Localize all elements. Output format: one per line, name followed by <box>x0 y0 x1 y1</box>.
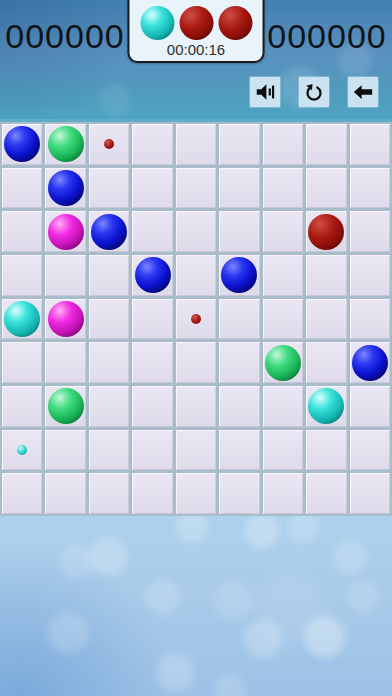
board-cell-r4c6[interactable] <box>263 299 303 340</box>
board-cell-r5c1[interactable] <box>45 342 85 383</box>
board-cell-r6c2[interactable] <box>89 386 129 427</box>
ball-magenta[interactable] <box>48 214 84 250</box>
sound-button[interactable] <box>250 77 280 107</box>
board-cell-r6c1[interactable] <box>45 386 85 427</box>
board-cell-r0c4[interactable] <box>176 124 216 165</box>
back-button[interactable] <box>348 77 378 107</box>
restart-button[interactable] <box>299 77 329 107</box>
ball-green[interactable] <box>48 388 84 424</box>
board-cell-r4c7[interactable] <box>306 299 346 340</box>
board-cell-r6c0[interactable] <box>2 386 42 427</box>
board-cell-r5c7[interactable] <box>306 342 346 383</box>
board <box>0 119 392 516</box>
board-cell-r3c0[interactable] <box>2 255 42 296</box>
board-cell-r4c8[interactable] <box>350 299 390 340</box>
board-cell-r7c8[interactable] <box>350 430 390 471</box>
board-cell-r0c0[interactable] <box>2 124 42 165</box>
board-cell-r6c6[interactable] <box>263 386 303 427</box>
board-cell-r7c6[interactable] <box>263 430 303 471</box>
score-left: 000000 <box>0 18 130 55</box>
board-cell-r8c5[interactable] <box>219 473 259 514</box>
board-cell-r2c0[interactable] <box>2 211 42 252</box>
board-cell-r6c3[interactable] <box>132 386 172 427</box>
incoming-dot-cyan <box>17 445 27 455</box>
board-cell-r1c1[interactable] <box>45 168 85 209</box>
ball-blue[interactable] <box>4 126 40 162</box>
board-cell-r7c4[interactable] <box>176 430 216 471</box>
ball-blue[interactable] <box>352 345 388 381</box>
board-cell-r2c3[interactable] <box>132 211 172 252</box>
board-cell-r3c4[interactable] <box>176 255 216 296</box>
board-cell-r4c0[interactable] <box>2 299 42 340</box>
back-arrow-icon <box>352 81 374 103</box>
board-cell-r5c2[interactable] <box>89 342 129 383</box>
board-cell-r8c4[interactable] <box>176 473 216 514</box>
board-cell-r3c5[interactable] <box>219 255 259 296</box>
hud: 000000 00:00:16 000000 <box>0 0 392 64</box>
toolbar <box>250 77 378 107</box>
board-cell-r1c6[interactable] <box>263 168 303 209</box>
board-cell-r2c8[interactable] <box>350 211 390 252</box>
score-right: 000000 <box>262 18 392 55</box>
board-cell-r5c5[interactable] <box>219 342 259 383</box>
ball-magenta[interactable] <box>48 301 84 337</box>
board-cell-r1c8[interactable] <box>350 168 390 209</box>
board-cell-r6c7[interactable] <box>306 386 346 427</box>
ball-red[interactable] <box>308 214 344 250</box>
board-cell-r5c6[interactable] <box>263 342 303 383</box>
board-cell-r0c2[interactable] <box>89 124 129 165</box>
board-cell-r0c8[interactable] <box>350 124 390 165</box>
board-cell-r0c5[interactable] <box>219 124 259 165</box>
board-cell-r7c5[interactable] <box>219 430 259 471</box>
board-cell-r4c5[interactable] <box>219 299 259 340</box>
board-cell-r3c2[interactable] <box>89 255 129 296</box>
board-cell-r2c2[interactable] <box>89 211 129 252</box>
board-cell-r8c8[interactable] <box>350 473 390 514</box>
board-cell-r5c4[interactable] <box>176 342 216 383</box>
incoming-dot-red <box>104 139 114 149</box>
board-cell-r7c1[interactable] <box>45 430 85 471</box>
board-cell-r8c6[interactable] <box>263 473 303 514</box>
ball-cyan[interactable] <box>308 388 344 424</box>
board-cell-r6c4[interactable] <box>176 386 216 427</box>
restart-icon <box>303 81 325 103</box>
board-cell-r1c2[interactable] <box>89 168 129 209</box>
ball-green[interactable] <box>265 345 301 381</box>
board-cell-r7c7[interactable] <box>306 430 346 471</box>
board-cell-r7c3[interactable] <box>132 430 172 471</box>
board-cell-r5c8[interactable] <box>350 342 390 383</box>
board-cell-r6c5[interactable] <box>219 386 259 427</box>
board-cell-r5c0[interactable] <box>2 342 42 383</box>
board-cell-r3c7[interactable] <box>306 255 346 296</box>
board-cell-r8c2[interactable] <box>89 473 129 514</box>
board-cell-r3c8[interactable] <box>350 255 390 296</box>
board-cell-r3c1[interactable] <box>45 255 85 296</box>
board-cell-r8c0[interactable] <box>2 473 42 514</box>
incoming-dot-red <box>191 314 201 324</box>
board-cell-r4c2[interactable] <box>89 299 129 340</box>
ball-blue[interactable] <box>91 214 127 250</box>
ball-cyan[interactable] <box>4 301 40 337</box>
board-cell-r6c8[interactable] <box>350 386 390 427</box>
board-cell-r3c3[interactable] <box>132 255 172 296</box>
board-cell-r8c1[interactable] <box>45 473 85 514</box>
next-balls-preview <box>140 6 252 40</box>
board-cell-r1c7[interactable] <box>306 168 346 209</box>
board-cell-r7c2[interactable] <box>89 430 129 471</box>
board-cell-r2c1[interactable] <box>45 211 85 252</box>
speaker-icon <box>254 81 276 103</box>
board-cell-r1c0[interactable] <box>2 168 42 209</box>
board-cell-r8c3[interactable] <box>132 473 172 514</box>
board-cell-r0c3[interactable] <box>132 124 172 165</box>
next-ball-red <box>218 6 252 40</box>
board-cell-r1c3[interactable] <box>132 168 172 209</box>
ball-blue[interactable] <box>221 257 257 293</box>
board-cell-r0c7[interactable] <box>306 124 346 165</box>
board-cell-r4c1[interactable] <box>45 299 85 340</box>
board-cell-r0c6[interactable] <box>263 124 303 165</box>
board-cell-r3c6[interactable] <box>263 255 303 296</box>
board-cell-r8c7[interactable] <box>306 473 346 514</box>
ball-blue[interactable] <box>135 257 171 293</box>
next-ball-red <box>179 6 213 40</box>
board-cell-r1c4[interactable] <box>176 168 216 209</box>
next-balls-panel: 00:00:16 <box>128 0 265 63</box>
board-cell-r4c4[interactable] <box>176 299 216 340</box>
timer: 00:00:16 <box>167 41 225 58</box>
board-cell-r7c0[interactable] <box>2 430 42 471</box>
board-cell-r2c6[interactable] <box>263 211 303 252</box>
board-cell-r2c7[interactable] <box>306 211 346 252</box>
board-cell-r4c3[interactable] <box>132 299 172 340</box>
board-cell-r5c3[interactable] <box>132 342 172 383</box>
board-cell-r2c4[interactable] <box>176 211 216 252</box>
ball-green[interactable] <box>48 126 84 162</box>
next-ball-cyan <box>140 6 174 40</box>
board-cell-r1c5[interactable] <box>219 168 259 209</box>
board-cell-r2c5[interactable] <box>219 211 259 252</box>
board-cell-r0c1[interactable] <box>45 124 85 165</box>
ball-blue[interactable] <box>48 170 84 206</box>
